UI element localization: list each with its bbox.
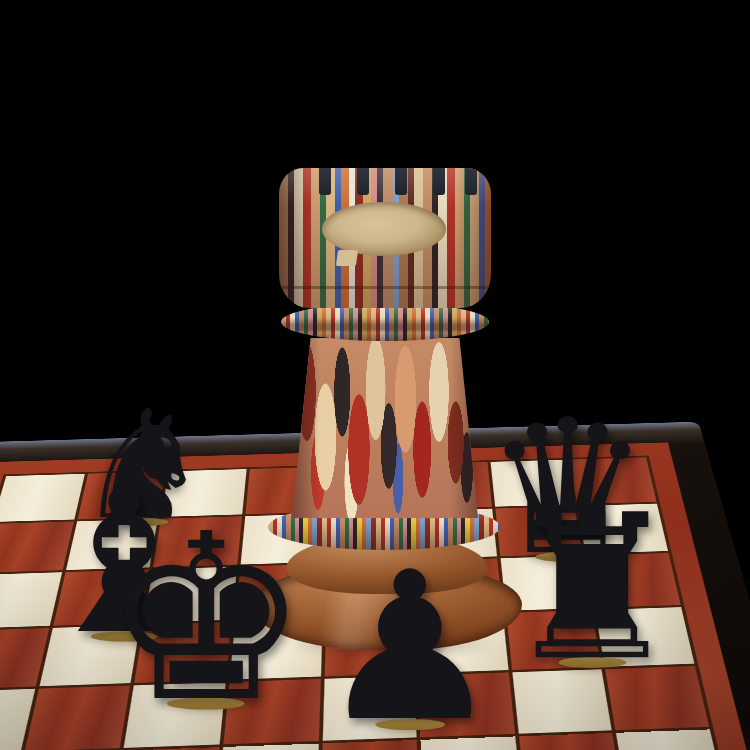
black-pawn-piece[interactable]: ♟ — [318, 568, 502, 728]
king-glyph: ♚ — [103, 529, 309, 708]
black-king-piece[interactable]: ♚ — [103, 529, 309, 708]
pawn-glyph: ♟ — [318, 568, 502, 728]
scene: ♞♝♚♟♛♜ — [0, 0, 750, 750]
rook-glyph: ♜ — [502, 510, 681, 666]
square-h3[interactable] — [616, 730, 725, 750]
square-e8[interactable] — [329, 464, 409, 511]
square-f8[interactable] — [410, 462, 491, 509]
black-rook-piece[interactable]: ♜ — [502, 510, 681, 666]
square-g3[interactable] — [519, 733, 624, 750]
